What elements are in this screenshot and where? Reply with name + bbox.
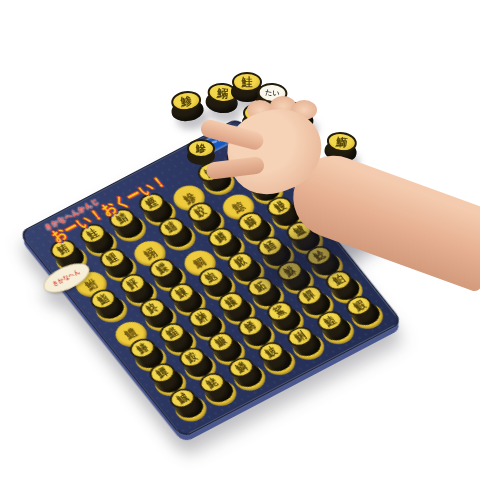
- board-grid: 鮪鮭鯖鰹鰺鮎鱈鮒鯉鰯鱚鮫鯨鮹鮨鮃鰈鯛鱒鰤鰻鱧鮗鰊鮑鰍鯒鱸鰆鯔鰰鱶鮖鮴鯰鱏鮟鱇鯑鯊…: [47, 147, 392, 429]
- loose-cap[interactable]: 鰤: [322, 130, 360, 166]
- loose-cap[interactable]: 鰹: [241, 103, 275, 135]
- game-board: さかなへんかんじ おーい！おくーい！ 2〜4人用 さかなへん 鮪鮭鯖鰹鰺鮎鱈鮒鯉…: [18, 117, 403, 438]
- cap-label: 鰹: [243, 103, 273, 123]
- scene: さかなへんかんじ おーい！おくーい！ 2〜4人用 さかなへん 鮪鮭鯖鰹鰺鮎鱈鮒鯉…: [0, 0, 480, 480]
- loose-cap[interactable]: ひらめ: [279, 101, 316, 136]
- loose-cap[interactable]: 鯵: [168, 89, 206, 125]
